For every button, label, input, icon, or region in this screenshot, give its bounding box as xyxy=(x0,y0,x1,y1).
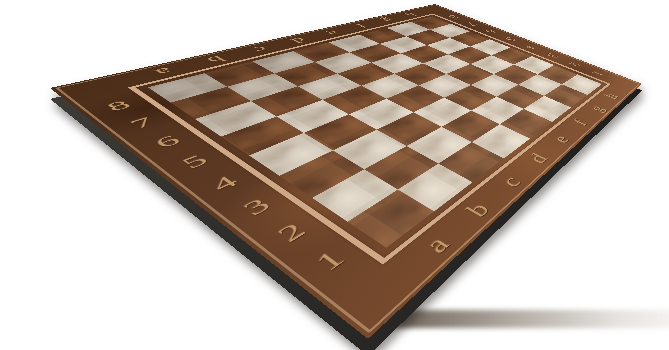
board-stack: abcdefgh abcdefgh 87654321 87654321 xyxy=(0,0,669,350)
chessboard-scene: abcdefgh abcdefgh 87654321 87654321 xyxy=(0,0,669,350)
